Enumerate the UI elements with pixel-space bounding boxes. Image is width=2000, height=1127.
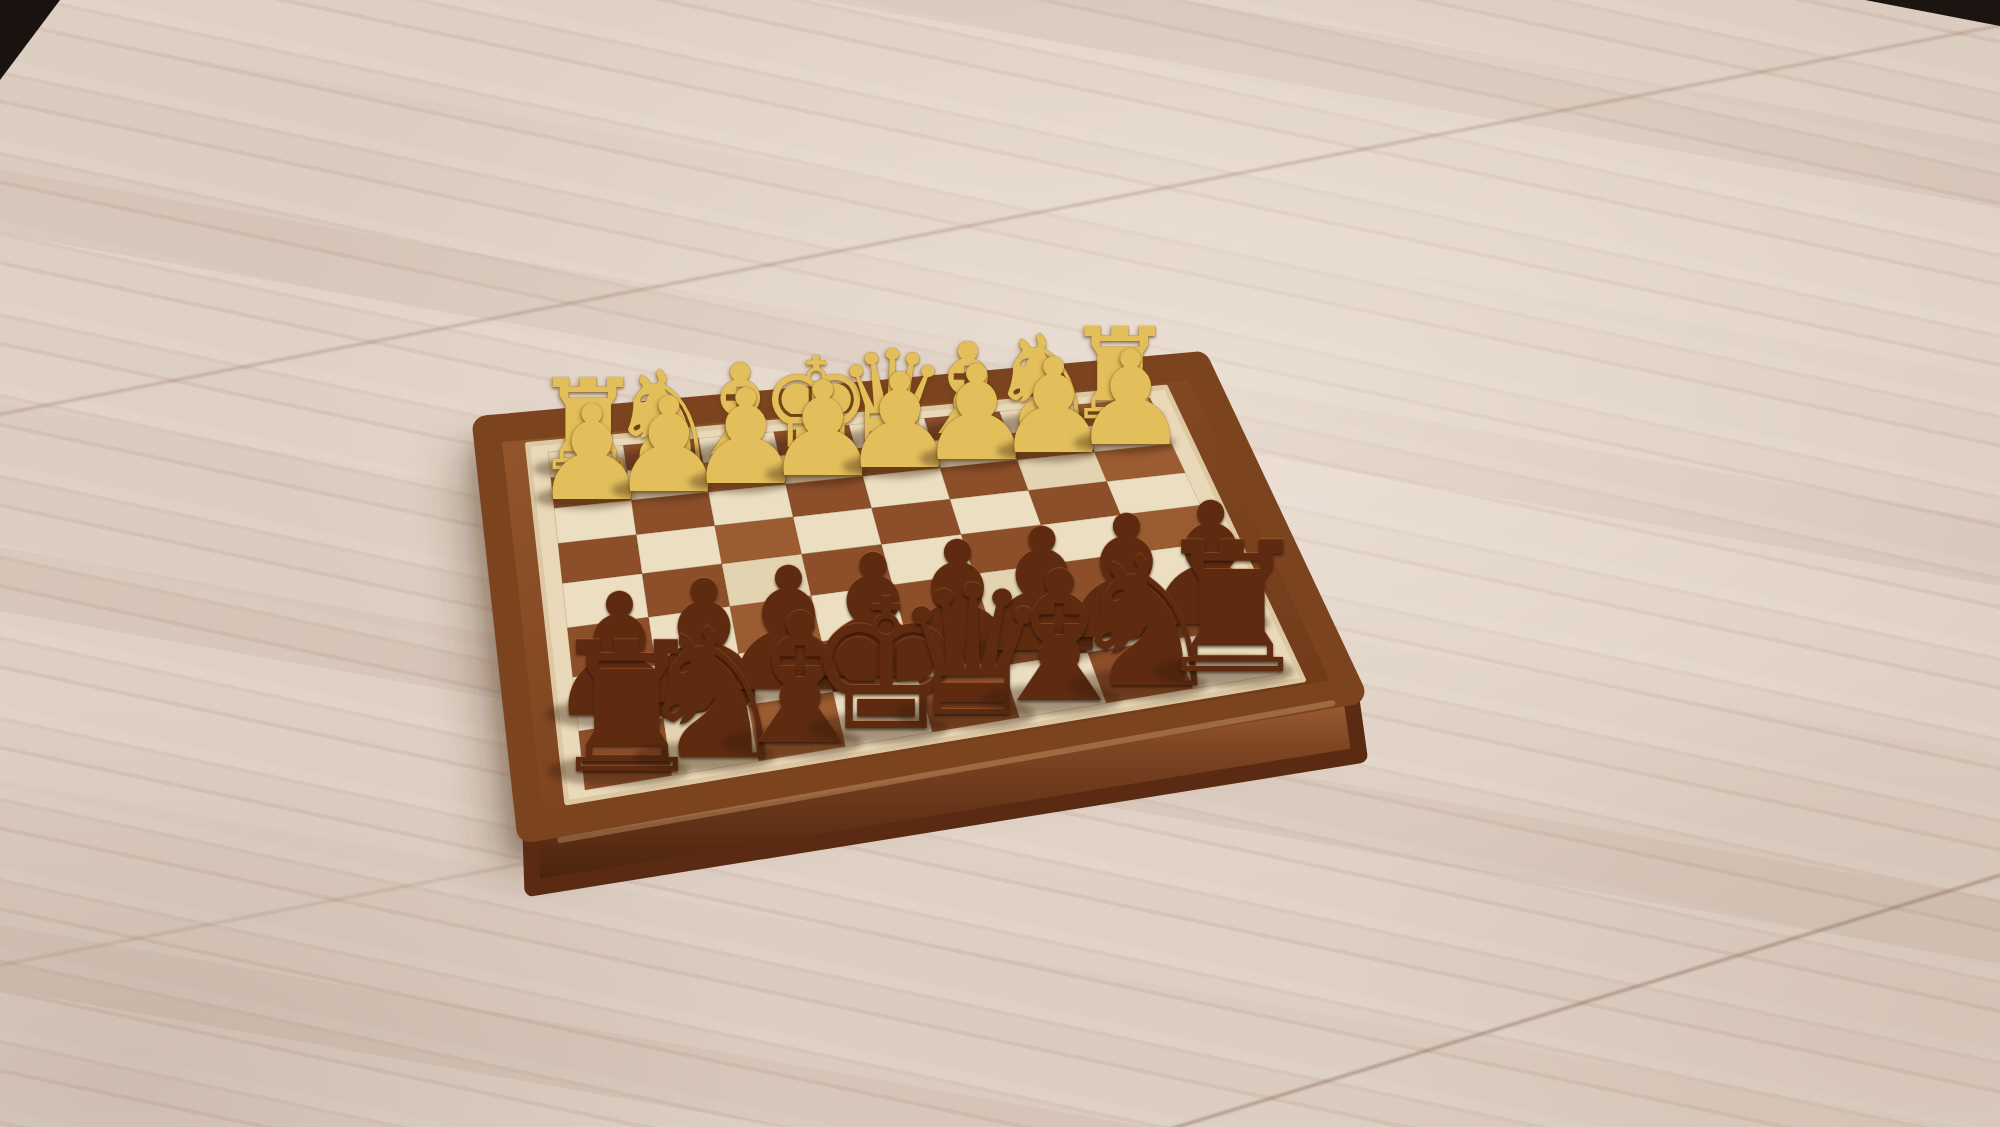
piece-black-rook-a8[interactable]: ♜︎ xyxy=(1151,520,1313,701)
piece-white-pawn-a2[interactable]: ♟︎ xyxy=(1072,332,1190,463)
pieces-layer: ♜︎♞︎♝︎♚︎♛︎♝︎♞︎♜︎♟︎♟︎♟︎♟︎♟︎♟︎♟︎♟︎♟︎♟︎♟︎♟︎… xyxy=(0,0,2000,1127)
